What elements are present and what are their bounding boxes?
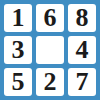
tile-1[interactable]: 1	[4, 4, 32, 32]
tile-7[interactable]: 7	[68, 68, 96, 96]
tile-3[interactable]: 3	[4, 36, 32, 64]
sliding-puzzle-board: 1 6 8 3 4 5 2 7	[0, 0, 100, 100]
tile-4[interactable]: 4	[68, 36, 96, 64]
tile-empty	[36, 36, 64, 64]
tile-6[interactable]: 6	[36, 4, 64, 32]
tile-2[interactable]: 2	[36, 68, 64, 96]
tile-5[interactable]: 5	[4, 68, 32, 96]
tile-8[interactable]: 8	[68, 4, 96, 32]
